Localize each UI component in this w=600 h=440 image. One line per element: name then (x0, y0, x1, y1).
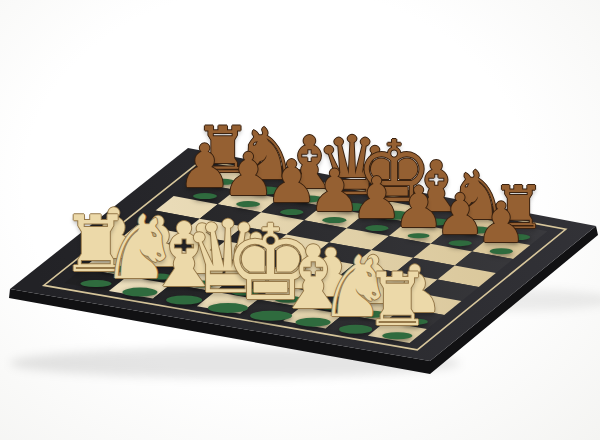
chess-board (0, 0, 600, 440)
chess-set-photo: ♜♞♝♛♚♝♞♜♟♟♟♟♟♟♟♟♟♟♟♟♟♟♟♟♜♞♝♛♚♝♞♜ (0, 0, 600, 440)
